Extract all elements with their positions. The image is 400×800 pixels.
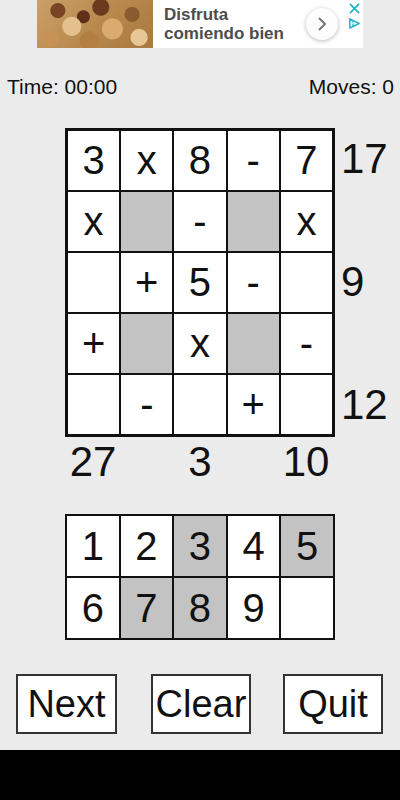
board-cell-r2c3: - — [174, 192, 225, 251]
board-cell-r5c1-empty-slot[interactable] — [68, 375, 119, 434]
board-cell-r1c5: 7 — [281, 131, 332, 190]
tray-empty-slot — [281, 578, 333, 638]
tray-digit-4[interactable]: 4 — [228, 516, 280, 576]
board-cell-r1c3: 8 — [174, 131, 225, 190]
board-cell-r1c2: x — [121, 131, 172, 190]
tray-digit-2[interactable]: 2 — [121, 516, 173, 576]
row-target-3: 9 — [341, 251, 400, 312]
tray-digit-8-used: 8 — [174, 578, 226, 638]
col-target-1: 27 — [63, 440, 123, 484]
board-cell-r4c3: x — [174, 314, 225, 373]
tray-digit-1[interactable]: 1 — [67, 516, 119, 576]
board-cell-r4c2-blocked — [121, 314, 172, 373]
board-cell-r3c5-empty-slot[interactable] — [281, 253, 332, 312]
row-target-1: 17 — [341, 128, 400, 189]
clear-button[interactable]: Clear — [151, 674, 251, 734]
board-cell-r3c4: - — [228, 253, 279, 312]
col-target-3: 3 — [170, 440, 230, 484]
digit-tray: 123456789 — [65, 514, 335, 640]
board-cell-r5c4: + — [228, 375, 279, 434]
ad-close-icon[interactable] — [349, 3, 360, 14]
board-cell-r5c2: - — [121, 375, 172, 434]
tray-digit-9[interactable]: 9 — [228, 578, 280, 638]
board-cell-r3c2: + — [121, 253, 172, 312]
next-button[interactable]: Next — [16, 674, 117, 734]
board-cell-r4c1: + — [68, 314, 119, 373]
ad-banner[interactable]: Disfruta comiendo bien — [37, 0, 363, 48]
ad-text-line2: comiendo bien — [164, 24, 284, 43]
board-cell-r5c5-empty-slot[interactable] — [281, 375, 332, 434]
tray-digit-6[interactable]: 6 — [67, 578, 119, 638]
puzzle-board: 3x8-7x-x+5-+x--+ — [65, 128, 335, 437]
quit-button[interactable]: Quit — [283, 674, 383, 734]
moves-label: Moves: 0 — [309, 75, 394, 99]
android-nav-bar — [0, 750, 400, 800]
board-cell-r2c2-blocked — [121, 192, 172, 251]
board-cell-r4c5: - — [281, 314, 332, 373]
board-cell-r1c1: 3 — [68, 131, 119, 190]
board-cell-r5c3-empty-slot[interactable] — [174, 375, 225, 434]
board-cell-r1c4: - — [228, 131, 279, 190]
board-cell-r4c4-blocked — [228, 314, 279, 373]
col-target-5: 10 — [276, 440, 336, 484]
tray-digit-3-used: 3 — [174, 516, 226, 576]
board-cell-r2c5: x — [281, 192, 332, 251]
tray-digit-7-used: 7 — [121, 578, 173, 638]
board-cell-r3c3: 5 — [174, 253, 225, 312]
board-cell-r2c4-blocked — [228, 192, 279, 251]
adchoices-icon[interactable] — [348, 17, 361, 30]
row-target-5: 12 — [341, 374, 400, 435]
board-cell-r2c1: x — [68, 192, 119, 251]
ad-pasta-image — [37, 0, 153, 48]
chevron-right-icon — [316, 17, 328, 31]
board-cell-r3c1-empty-slot[interactable] — [68, 253, 119, 312]
ad-cta-button[interactable] — [306, 8, 338, 40]
time-label: Time: 00:00 — [7, 75, 117, 99]
ad-text: Disfruta comiendo bien — [153, 0, 284, 48]
tray-digit-5-used: 5 — [281, 516, 333, 576]
ad-text-line1: Disfruta — [164, 5, 284, 24]
